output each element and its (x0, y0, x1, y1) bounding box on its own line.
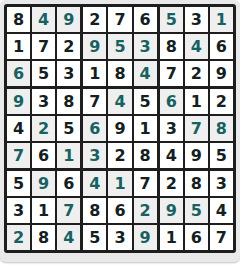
cell-r4c5[interactable]: 4 (108, 89, 131, 114)
cell-r1c9[interactable]: 1 (210, 7, 233, 32)
cell-r2c9[interactable]: 6 (210, 34, 233, 59)
cell-r7c9[interactable]: 3 (210, 171, 233, 196)
cell-r8c2[interactable]: 1 (32, 198, 55, 223)
cell-r9c1[interactable]: 2 (7, 225, 30, 250)
cell-r4c9[interactable]: 2 (210, 89, 233, 114)
cell-r1c6[interactable]: 6 (134, 7, 157, 32)
cell-r6c7[interactable]: 4 (160, 143, 183, 168)
cell-r6c9[interactable]: 5 (210, 143, 233, 168)
cell-r3c4[interactable]: 1 (83, 61, 106, 86)
cell-r7c3[interactable]: 6 (57, 171, 80, 196)
cell-r8c1[interactable]: 3 (7, 198, 30, 223)
cell-r5c1[interactable]: 4 (7, 116, 30, 141)
box-4: 938425761 (7, 89, 80, 168)
box-6: 612378495 (160, 89, 233, 168)
cell-r2c3[interactable]: 2 (57, 34, 80, 59)
cell-r5c5[interactable]: 9 (108, 116, 131, 141)
cell-r6c8[interactable]: 9 (185, 143, 208, 168)
cell-r9c2[interactable]: 8 (32, 225, 55, 250)
cell-r6c6[interactable]: 8 (134, 143, 157, 168)
sudoku-board: 8491726532769531845318467299384257617456… (4, 4, 236, 253)
cell-r5c4[interactable]: 6 (83, 116, 106, 141)
cell-r6c2[interactable]: 6 (32, 143, 55, 168)
cell-r1c2[interactable]: 4 (32, 7, 55, 32)
cell-r2c4[interactable]: 9 (83, 34, 106, 59)
cell-r3c8[interactable]: 2 (185, 61, 208, 86)
cell-r3c2[interactable]: 5 (32, 61, 55, 86)
cell-r1c4[interactable]: 2 (83, 7, 106, 32)
cell-r9c3[interactable]: 4 (57, 225, 80, 250)
cell-r2c5[interactable]: 5 (108, 34, 131, 59)
cell-r2c1[interactable]: 1 (7, 34, 30, 59)
cell-r2c2[interactable]: 7 (32, 34, 55, 59)
cell-r8c8[interactable]: 5 (185, 198, 208, 223)
cell-r1c7[interactable]: 5 (160, 7, 183, 32)
cell-r4c7[interactable]: 6 (160, 89, 183, 114)
cell-r6c4[interactable]: 3 (83, 143, 106, 168)
cell-r7c5[interactable]: 1 (108, 171, 131, 196)
cell-r1c5[interactable]: 7 (108, 7, 131, 32)
cell-r5c2[interactable]: 2 (32, 116, 55, 141)
box-2: 276953184 (83, 7, 156, 86)
cell-r1c8[interactable]: 3 (185, 7, 208, 32)
cell-r9c5[interactable]: 3 (108, 225, 131, 250)
box-5: 745691328 (83, 89, 156, 168)
cell-r3c1[interactable]: 6 (7, 61, 30, 86)
cell-r3c6[interactable]: 4 (134, 61, 157, 86)
cell-r1c3[interactable]: 9 (57, 7, 80, 32)
cell-r9c6[interactable]: 9 (134, 225, 157, 250)
cell-r6c1[interactable]: 7 (7, 143, 30, 168)
cell-r4c8[interactable]: 1 (185, 89, 208, 114)
cell-r4c1[interactable]: 9 (7, 89, 30, 114)
cell-r8c4[interactable]: 8 (83, 198, 106, 223)
cell-r5c9[interactable]: 8 (210, 116, 233, 141)
cell-r5c3[interactable]: 5 (57, 116, 80, 141)
cell-r5c8[interactable]: 7 (185, 116, 208, 141)
cell-r8c9[interactable]: 4 (210, 198, 233, 223)
cell-r3c5[interactable]: 8 (108, 61, 131, 86)
cell-r7c8[interactable]: 8 (185, 171, 208, 196)
cell-r4c2[interactable]: 3 (32, 89, 55, 114)
box-3: 531846729 (160, 7, 233, 86)
cell-r1c1[interactable]: 8 (7, 7, 30, 32)
cell-r8c5[interactable]: 6 (108, 198, 131, 223)
cell-r6c5[interactable]: 2 (108, 143, 131, 168)
cell-r2c8[interactable]: 4 (185, 34, 208, 59)
cell-r9c8[interactable]: 6 (185, 225, 208, 250)
cell-r5c7[interactable]: 3 (160, 116, 183, 141)
cell-r8c3[interactable]: 7 (57, 198, 80, 223)
cell-r7c7[interactable]: 2 (160, 171, 183, 196)
cell-r4c3[interactable]: 8 (57, 89, 80, 114)
cell-r6c3[interactable]: 1 (57, 143, 80, 168)
cell-r7c2[interactable]: 9 (32, 171, 55, 196)
cell-r5c6[interactable]: 1 (134, 116, 157, 141)
cell-r7c1[interactable]: 5 (7, 171, 30, 196)
cell-r4c6[interactable]: 5 (134, 89, 157, 114)
cell-r8c6[interactable]: 2 (134, 198, 157, 223)
box-7: 596317284 (7, 171, 80, 250)
cell-r9c9[interactable]: 7 (210, 225, 233, 250)
cell-r3c9[interactable]: 9 (210, 61, 233, 86)
cell-r3c3[interactable]: 3 (57, 61, 80, 86)
cell-r2c7[interactable]: 8 (160, 34, 183, 59)
cell-r7c6[interactable]: 7 (134, 171, 157, 196)
cell-r7c4[interactable]: 4 (83, 171, 106, 196)
cell-r9c4[interactable]: 5 (83, 225, 106, 250)
cell-r8c7[interactable]: 9 (160, 198, 183, 223)
box-8: 417862539 (83, 171, 156, 250)
sudoku-frame: 8491726532769531845318467299384257617456… (0, 0, 240, 262)
cell-r4c4[interactable]: 7 (83, 89, 106, 114)
cell-r9c7[interactable]: 1 (160, 225, 183, 250)
box-1: 849172653 (7, 7, 80, 86)
cell-r2c6[interactable]: 3 (134, 34, 157, 59)
box-9: 283954167 (160, 171, 233, 250)
cell-r3c7[interactable]: 7 (160, 61, 183, 86)
